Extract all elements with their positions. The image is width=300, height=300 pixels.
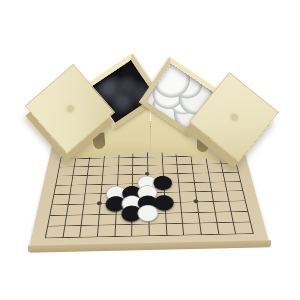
wood-knot-icon xyxy=(231,114,237,120)
intersection-11-10 xyxy=(203,196,221,207)
intersection-3-6 xyxy=(80,162,96,171)
intersection-9-13 xyxy=(174,228,192,240)
intersection-7-12 xyxy=(140,218,157,230)
intersection-2-12 xyxy=(54,220,73,232)
intersection-8-5 xyxy=(154,152,169,160)
intersection-2-10 xyxy=(58,199,76,210)
intersection-13-7 xyxy=(229,167,246,176)
intersection-10-10 xyxy=(187,196,204,207)
intersection-2-7 xyxy=(63,171,80,180)
intersection-13-13 xyxy=(242,227,262,239)
intersection-4-7 xyxy=(94,170,110,179)
intersection-11-13 xyxy=(208,228,227,240)
intersection-6-12 xyxy=(123,218,140,230)
intersection-8-12 xyxy=(156,218,174,230)
intersection-9-8 xyxy=(170,177,186,187)
intersection-5-7 xyxy=(109,170,125,179)
hoshi-point xyxy=(97,201,102,205)
intersection-5-12 xyxy=(105,219,122,231)
intersection-11-9 xyxy=(202,186,219,196)
intersection-10-6 xyxy=(183,160,199,169)
intersection-13-9 xyxy=(233,185,251,195)
intersection-3-12 xyxy=(71,219,89,231)
intersection-3-11 xyxy=(73,209,91,220)
intersection-8-6 xyxy=(154,160,169,169)
hoshi-point xyxy=(193,199,198,203)
intersection-2-6 xyxy=(65,162,81,171)
intersection-9-11 xyxy=(172,207,189,218)
intersection-6-13 xyxy=(122,230,140,242)
intersection-11-11 xyxy=(205,206,223,217)
wood-knot-icon xyxy=(67,106,73,112)
intersection-13-11 xyxy=(237,205,256,216)
intersection-13-12 xyxy=(240,216,260,228)
intersection-11-7 xyxy=(199,168,216,177)
intersection-10-12 xyxy=(190,217,208,229)
intersection-3-13 xyxy=(70,231,89,243)
intersection-2-8 xyxy=(62,180,79,190)
intersection-3-8 xyxy=(77,179,94,189)
intersection-3-7 xyxy=(79,170,95,179)
intersection-13-10 xyxy=(235,195,254,205)
intersection-8-11 xyxy=(156,207,173,218)
intersection-9-6 xyxy=(169,160,185,169)
intersection-10-9 xyxy=(186,186,203,196)
intersection-6-6 xyxy=(125,161,140,170)
go-set-photo: ●●●●●●●●●●● xyxy=(0,0,300,300)
intersection-10-13 xyxy=(191,228,210,240)
intersection-9-10 xyxy=(171,196,188,207)
intersection-7-11: ● xyxy=(140,207,157,218)
intersection-10-8 xyxy=(185,177,202,187)
intersection-9-12 xyxy=(173,217,191,229)
intersection-4-11 xyxy=(90,208,107,219)
intersection-11-8 xyxy=(200,177,217,187)
intersection-11-6 xyxy=(198,159,214,168)
intersection-10-7 xyxy=(184,168,200,177)
intersection-13-8 xyxy=(231,176,249,186)
intersection-4-6 xyxy=(95,162,111,171)
intersection-5-13 xyxy=(105,230,123,242)
intersection-3-10 xyxy=(74,198,91,209)
intersection-11-12 xyxy=(206,217,225,229)
intersection-4-12 xyxy=(88,219,106,231)
intersection-2-13 xyxy=(52,231,71,243)
intersection-2-11 xyxy=(56,209,74,220)
intersection-8-13 xyxy=(157,229,175,241)
intersection-4-13 xyxy=(87,230,105,242)
intersection-3-9 xyxy=(76,189,93,199)
intersection-5-6 xyxy=(110,161,125,170)
left-box-notch xyxy=(92,132,106,149)
intersection-7-13 xyxy=(140,229,158,241)
intersection-10-11 xyxy=(188,206,206,217)
intersection-2-9 xyxy=(60,189,77,199)
intersection-7-6 xyxy=(140,161,155,170)
